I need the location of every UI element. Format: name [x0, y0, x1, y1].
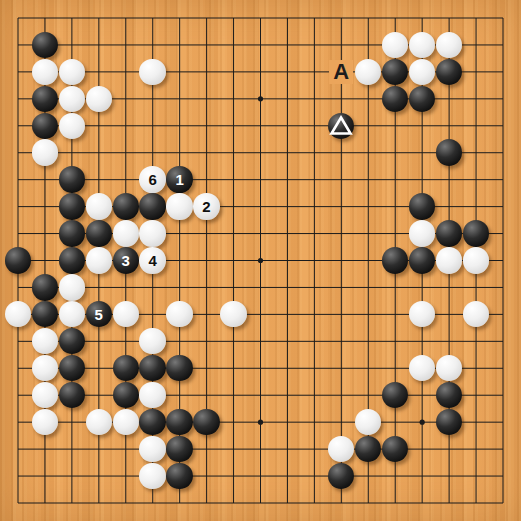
white-stone-cell: [31, 355, 58, 382]
black-stone: [382, 59, 408, 85]
white-stone-cell: [85, 409, 112, 436]
black-stone-cell: [328, 462, 355, 489]
move-3-stone-cell: 3: [112, 247, 139, 274]
white-stone: [32, 382, 58, 408]
black-stone: [32, 274, 58, 300]
white-stone: [32, 409, 58, 435]
triangle-marked-stone: [328, 113, 354, 139]
black-stone-cell: [58, 247, 85, 274]
white-stone-cell: [58, 112, 85, 139]
black-stone-cell: [166, 409, 193, 436]
black-stone: [166, 355, 192, 381]
black-stone-cell: [436, 409, 463, 436]
label-A-cell: A: [328, 58, 355, 85]
black-stone: [355, 436, 381, 462]
white-stone: [382, 32, 408, 58]
stones-layer: 612345A: [5, 5, 517, 517]
black-stone-cell: [31, 31, 58, 58]
white-stone-cell: [58, 85, 85, 112]
white-stone: [220, 301, 246, 327]
black-stone-cell: [382, 247, 409, 274]
black-stone: [436, 139, 462, 165]
black-stone: [382, 436, 408, 462]
black-stone: [409, 86, 435, 112]
white-stone-cell: [462, 301, 489, 328]
white-stone: [436, 247, 462, 273]
white-stone: [5, 301, 31, 327]
black-stone: [59, 247, 85, 273]
white-stone: [113, 409, 139, 435]
white-stone: [86, 409, 112, 435]
white-stone: [409, 301, 435, 327]
go-board[interactable]: 612345A: [0, 0, 521, 521]
white-stone-cell: [409, 58, 436, 85]
white-stone-cell: [85, 193, 112, 220]
white-stone: [32, 59, 58, 85]
black-stone-cell: [58, 355, 85, 382]
black-stone: [436, 409, 462, 435]
black-stone-cell: [112, 355, 139, 382]
white-stone-cell: [166, 193, 193, 220]
black-stone: [436, 382, 462, 408]
black-stone: [59, 382, 85, 408]
white-stone: [463, 301, 489, 327]
black-stone: [436, 220, 462, 246]
white-stone: [409, 59, 435, 85]
black-stone-cell: [436, 58, 463, 85]
white-stone: [113, 220, 139, 246]
move-5-stone: 5: [86, 301, 112, 327]
black-stone: [5, 247, 31, 273]
black-stone-cell: [409, 193, 436, 220]
white-stone-cell: [85, 247, 112, 274]
white-stone: [139, 59, 165, 85]
go-board-diagram: 612345A: [0, 0, 521, 521]
white-stone-cell: [409, 220, 436, 247]
black-stone-cell: [166, 436, 193, 463]
move-number-label: 1: [175, 172, 183, 187]
white-stone-cell: [139, 58, 166, 85]
white-stone-cell: [31, 139, 58, 166]
black-stone-cell: [382, 58, 409, 85]
white-stone: [139, 328, 165, 354]
white-stone-cell: [382, 31, 409, 58]
white-stone-cell: [409, 31, 436, 58]
white-stone-cell: [139, 382, 166, 409]
triangle-marked-stone-cell: [328, 112, 355, 139]
black-stone: [59, 166, 85, 192]
move-2-stone-cell: 2: [193, 193, 220, 220]
black-stone-cell: [166, 462, 193, 489]
white-stone: [409, 32, 435, 58]
move-number-label: 2: [202, 199, 210, 214]
white-stone-cell: [220, 301, 247, 328]
move-6-stone-cell: 6: [139, 166, 166, 193]
move-4-stone-cell: 4: [139, 247, 166, 274]
black-stone-cell: [409, 85, 436, 112]
white-stone: [409, 355, 435, 381]
black-stone: [463, 220, 489, 246]
white-stone: [59, 59, 85, 85]
black-stone: [113, 193, 139, 219]
black-stone: [166, 436, 192, 462]
black-stone-cell: [166, 355, 193, 382]
black-stone-cell: [436, 220, 463, 247]
white-stone-cell: [139, 328, 166, 355]
black-stone: [328, 463, 354, 489]
white-stone-cell: [355, 409, 382, 436]
move-1-stone-cell: 1: [166, 166, 193, 193]
black-stone-cell: [31, 274, 58, 301]
move-number-label: 3: [122, 253, 130, 268]
white-stone: [139, 220, 165, 246]
black-stone-cell: [409, 247, 436, 274]
move-number-label: 4: [148, 253, 156, 268]
white-stone-cell: [462, 247, 489, 274]
white-stone-cell: [139, 220, 166, 247]
black-stone: [113, 382, 139, 408]
move-4-stone: 4: [139, 247, 165, 273]
white-stone: [59, 274, 85, 300]
black-stone: [409, 247, 435, 273]
black-stone: [382, 247, 408, 273]
white-stone: [166, 301, 192, 327]
white-stone-cell: [31, 409, 58, 436]
black-stone-cell: [58, 382, 85, 409]
black-stone-cell: [382, 436, 409, 463]
black-stone: [166, 409, 192, 435]
black-stone: [166, 463, 192, 489]
black-stone: [382, 86, 408, 112]
white-stone: [328, 436, 354, 462]
black-stone-cell: [31, 85, 58, 112]
white-stone: [355, 59, 381, 85]
move-2-stone: 2: [193, 193, 219, 219]
black-stone: [59, 193, 85, 219]
white-stone: [139, 436, 165, 462]
move-6-stone: 6: [139, 166, 165, 192]
white-stone-cell: [436, 247, 463, 274]
move-number-label: 5: [95, 307, 103, 322]
white-stone: [32, 328, 58, 354]
black-stone: [139, 355, 165, 381]
white-stone-cell: [58, 274, 85, 301]
white-stone-cell: [31, 58, 58, 85]
white-stone-cell: [112, 301, 139, 328]
black-stone: [382, 382, 408, 408]
black-stone: [59, 355, 85, 381]
white-stone-cell: [436, 355, 463, 382]
white-stone-cell: [139, 436, 166, 463]
black-stone-cell: [436, 382, 463, 409]
point-label-A: A: [329, 60, 353, 84]
white-stone: [113, 301, 139, 327]
white-stone: [59, 113, 85, 139]
black-stone-cell: [31, 301, 58, 328]
white-stone: [32, 139, 58, 165]
black-stone-cell: [355, 436, 382, 463]
black-stone-cell: [139, 355, 166, 382]
white-stone-cell: [31, 328, 58, 355]
black-stone: [32, 113, 58, 139]
white-stone-cell: [355, 58, 382, 85]
white-stone-cell: [436, 31, 463, 58]
black-stone-cell: [112, 193, 139, 220]
black-stone-cell: [58, 166, 85, 193]
white-stone: [355, 409, 381, 435]
white-stone: [59, 86, 85, 112]
triangle-marker-icon: [328, 113, 354, 139]
black-stone-cell: [58, 328, 85, 355]
white-stone-cell: [85, 85, 112, 112]
white-stone-cell: [139, 462, 166, 489]
black-stone: [409, 193, 435, 219]
black-stone: [139, 193, 165, 219]
white-stone-cell: [112, 409, 139, 436]
black-stone: [86, 220, 112, 246]
white-stone: [86, 193, 112, 219]
white-stone: [139, 463, 165, 489]
white-stone: [59, 301, 85, 327]
white-stone: [166, 193, 192, 219]
white-stone-cell: [409, 355, 436, 382]
white-stone: [32, 355, 58, 381]
move-5-stone-cell: 5: [85, 301, 112, 328]
move-number-label: 6: [148, 172, 156, 187]
white-stone: [86, 247, 112, 273]
white-stone: [436, 32, 462, 58]
black-stone-cell: [85, 220, 112, 247]
white-stone-cell: [58, 58, 85, 85]
white-stone-cell: [5, 301, 32, 328]
black-stone: [32, 301, 58, 327]
black-stone-cell: [58, 193, 85, 220]
black-stone: [193, 409, 219, 435]
black-stone-cell: [382, 85, 409, 112]
black-stone-cell: [382, 382, 409, 409]
white-stone: [436, 355, 462, 381]
black-stone-cell: [112, 382, 139, 409]
white-stone-cell: [112, 220, 139, 247]
black-stone-cell: [58, 220, 85, 247]
black-stone-cell: [139, 193, 166, 220]
white-stone-cell: [409, 301, 436, 328]
white-stone-cell: [58, 301, 85, 328]
white-stone: [409, 220, 435, 246]
black-stone: [113, 355, 139, 381]
white-stone: [139, 382, 165, 408]
white-stone-cell: [31, 382, 58, 409]
black-stone: [139, 409, 165, 435]
black-stone: [59, 328, 85, 354]
move-1-stone: 1: [166, 166, 192, 192]
black-stone: [32, 32, 58, 58]
black-stone: [59, 220, 85, 246]
white-stone: [86, 86, 112, 112]
white-stone: [463, 247, 489, 273]
black-stone-cell: [193, 409, 220, 436]
move-3-stone: 3: [113, 247, 139, 273]
black-stone: [32, 86, 58, 112]
white-stone-cell: [166, 301, 193, 328]
black-stone-cell: [5, 247, 32, 274]
white-stone-cell: [328, 436, 355, 463]
black-stone-cell: [436, 139, 463, 166]
black-stone-cell: [139, 409, 166, 436]
black-stone: [436, 59, 462, 85]
black-stone-cell: [462, 220, 489, 247]
black-stone-cell: [31, 112, 58, 139]
